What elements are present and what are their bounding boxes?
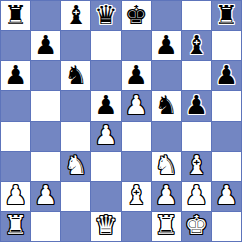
piece-black-pawn[interactable]: ♟	[155, 32, 178, 58]
square-d1[interactable]: ♛	[91, 212, 120, 241]
square-d7[interactable]	[91, 31, 120, 60]
square-e6[interactable]: ♟	[122, 61, 151, 90]
square-c7[interactable]	[61, 31, 90, 60]
square-g7[interactable]: ♝	[182, 31, 211, 60]
square-f2[interactable]: ♟	[152, 182, 181, 211]
square-h2[interactable]: ♟	[212, 182, 241, 211]
piece-white-bishop[interactable]: ♝	[185, 152, 208, 178]
square-f3[interactable]: ♞	[152, 152, 181, 181]
square-f8[interactable]	[152, 1, 181, 30]
piece-white-pawn[interactable]: ♟	[34, 182, 57, 208]
square-h6[interactable]: ♟	[212, 61, 241, 90]
square-h7[interactable]	[212, 31, 241, 60]
piece-white-pawn[interactable]: ♟	[124, 92, 147, 118]
square-g4[interactable]	[182, 122, 211, 151]
piece-white-queen[interactable]: ♛	[94, 212, 117, 238]
square-f4[interactable]	[152, 122, 181, 151]
square-e3[interactable]	[122, 152, 151, 181]
square-d8[interactable]: ♛	[91, 1, 120, 30]
square-a5[interactable]	[1, 91, 30, 120]
piece-white-knight[interactable]: ♞	[155, 152, 178, 178]
piece-white-pawn[interactable]: ♟	[155, 182, 178, 208]
square-d3[interactable]	[91, 152, 120, 181]
square-f5[interactable]: ♞	[152, 91, 181, 120]
piece-black-pawn[interactable]: ♟	[34, 32, 57, 58]
square-c3[interactable]: ♞	[61, 152, 90, 181]
piece-white-bishop[interactable]: ♝	[124, 182, 147, 208]
square-h5[interactable]	[212, 91, 241, 120]
piece-black-rook[interactable]: ♜	[4, 2, 27, 28]
piece-white-rook[interactable]: ♜	[155, 212, 178, 238]
square-c5[interactable]	[61, 91, 90, 120]
square-f6[interactable]	[152, 61, 181, 90]
square-a8[interactable]: ♜	[1, 1, 30, 30]
square-c2[interactable]	[61, 182, 90, 211]
piece-white-pawn[interactable]: ♟	[185, 182, 208, 208]
piece-white-rook[interactable]: ♜	[4, 212, 27, 238]
square-b5[interactable]	[31, 91, 60, 120]
square-c1[interactable]	[61, 212, 90, 241]
piece-white-pawn[interactable]: ♟	[94, 122, 117, 148]
piece-white-king[interactable]: ♚	[185, 212, 208, 238]
square-g3[interactable]: ♝	[182, 152, 211, 181]
square-e5[interactable]: ♟	[122, 91, 151, 120]
square-b3[interactable]	[31, 152, 60, 181]
piece-black-queen[interactable]: ♛	[94, 2, 117, 28]
square-f1[interactable]: ♜	[152, 212, 181, 241]
square-h4[interactable]	[212, 122, 241, 151]
square-b4[interactable]	[31, 122, 60, 151]
piece-black-king[interactable]: ♚	[124, 2, 147, 28]
piece-white-pawn[interactable]: ♟	[4, 182, 27, 208]
piece-black-bishop[interactable]: ♝	[185, 32, 208, 58]
square-h8[interactable]: ♜	[212, 1, 241, 30]
piece-white-knight[interactable]: ♞	[64, 152, 87, 178]
piece-black-bishop[interactable]: ♝	[64, 2, 87, 28]
square-a3[interactable]	[1, 152, 30, 181]
square-e7[interactable]	[122, 31, 151, 60]
square-a7[interactable]	[1, 31, 30, 60]
piece-black-pawn[interactable]: ♟	[124, 62, 147, 88]
square-e1[interactable]	[122, 212, 151, 241]
square-c4[interactable]	[61, 122, 90, 151]
square-b7[interactable]: ♟	[31, 31, 60, 60]
chess-board: ♜♝♛♚♜♟♟♝♟♞♟♟♟♟♞♟♟♞♞♝♟♟♝♟♟♟♜♛♜♚	[0, 0, 242, 242]
square-e2[interactable]: ♝	[122, 182, 151, 211]
square-b8[interactable]	[31, 1, 60, 30]
square-g6[interactable]	[182, 61, 211, 90]
piece-black-pawn[interactable]: ♟	[215, 62, 238, 88]
square-a2[interactable]: ♟	[1, 182, 30, 211]
square-g5[interactable]: ♟	[182, 91, 211, 120]
piece-white-pawn[interactable]: ♟	[215, 182, 238, 208]
square-h3[interactable]	[212, 152, 241, 181]
square-g2[interactable]: ♟	[182, 182, 211, 211]
square-h1[interactable]	[212, 212, 241, 241]
square-b2[interactable]: ♟	[31, 182, 60, 211]
square-d2[interactable]	[91, 182, 120, 211]
piece-black-rook[interactable]: ♜	[215, 2, 238, 28]
square-a4[interactable]	[1, 122, 30, 151]
piece-black-knight[interactable]: ♞	[64, 62, 87, 88]
square-f7[interactable]: ♟	[152, 31, 181, 60]
square-a6[interactable]: ♟	[1, 61, 30, 90]
piece-black-knight[interactable]: ♞	[155, 92, 178, 118]
square-g1[interactable]: ♚	[182, 212, 211, 241]
square-e8[interactable]: ♚	[122, 1, 151, 30]
piece-black-pawn[interactable]: ♟	[4, 62, 27, 88]
piece-black-pawn[interactable]: ♟	[94, 92, 117, 118]
square-e4[interactable]	[122, 122, 151, 151]
square-d6[interactable]	[91, 61, 120, 90]
square-d4[interactable]: ♟	[91, 122, 120, 151]
square-g8[interactable]	[182, 1, 211, 30]
square-b6[interactable]	[31, 61, 60, 90]
square-c6[interactable]: ♞	[61, 61, 90, 90]
square-d5[interactable]: ♟	[91, 91, 120, 120]
square-a1[interactable]: ♜	[1, 212, 30, 241]
square-b1[interactable]	[31, 212, 60, 241]
piece-black-pawn[interactable]: ♟	[185, 92, 208, 118]
square-c8[interactable]: ♝	[61, 1, 90, 30]
